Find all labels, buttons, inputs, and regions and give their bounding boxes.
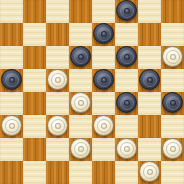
white-man-h2[interactable] <box>162 138 183 159</box>
square-g8[interactable] <box>138 0 161 23</box>
square-g7[interactable] <box>138 23 161 46</box>
square-h5[interactable] <box>161 69 184 92</box>
square-d1[interactable] <box>69 161 92 184</box>
square-f3[interactable] <box>115 115 138 138</box>
black-man-a5[interactable] <box>1 69 22 90</box>
square-f7[interactable] <box>115 23 138 46</box>
square-g2[interactable] <box>138 138 161 161</box>
white-man-e3[interactable] <box>93 115 114 136</box>
square-c2[interactable] <box>46 138 69 161</box>
square-c8[interactable] <box>46 0 69 23</box>
white-man-g1[interactable] <box>139 161 160 182</box>
square-g4[interactable] <box>138 92 161 115</box>
square-g6[interactable] <box>138 46 161 69</box>
square-c7[interactable] <box>46 23 69 46</box>
black-man-d6[interactable] <box>70 46 91 67</box>
square-a2[interactable] <box>0 138 23 161</box>
checkers-board <box>0 0 184 184</box>
black-man-f6[interactable] <box>116 46 137 67</box>
square-e8[interactable] <box>92 0 115 23</box>
square-d5[interactable] <box>69 69 92 92</box>
square-h7[interactable] <box>161 23 184 46</box>
square-b5[interactable] <box>23 69 46 92</box>
square-g3[interactable] <box>138 115 161 138</box>
white-man-c3[interactable] <box>47 115 68 136</box>
square-a4[interactable] <box>0 92 23 115</box>
square-h8[interactable] <box>161 0 184 23</box>
white-man-h6[interactable] <box>162 46 183 67</box>
square-b7[interactable] <box>23 23 46 46</box>
square-a7[interactable] <box>0 23 23 46</box>
square-d8[interactable] <box>69 0 92 23</box>
black-man-e5[interactable] <box>93 69 114 90</box>
black-man-f4[interactable] <box>116 92 137 113</box>
square-b4[interactable] <box>23 92 46 115</box>
white-man-c5[interactable] <box>47 69 68 90</box>
square-h1[interactable] <box>161 161 184 184</box>
white-man-d4[interactable] <box>70 92 91 113</box>
square-d7[interactable] <box>69 23 92 46</box>
square-c1[interactable] <box>46 161 69 184</box>
square-a6[interactable] <box>0 46 23 69</box>
square-e6[interactable] <box>92 46 115 69</box>
square-c6[interactable] <box>46 46 69 69</box>
white-man-f2[interactable] <box>116 138 137 159</box>
square-b2[interactable] <box>23 138 46 161</box>
white-man-d2[interactable] <box>70 138 91 159</box>
square-f5[interactable] <box>115 69 138 92</box>
square-a1[interactable] <box>0 161 23 184</box>
square-e4[interactable] <box>92 92 115 115</box>
square-f1[interactable] <box>115 161 138 184</box>
square-b8[interactable] <box>23 0 46 23</box>
black-man-g5[interactable] <box>139 69 160 90</box>
black-man-e7[interactable] <box>93 23 114 44</box>
square-h3[interactable] <box>161 115 184 138</box>
white-man-a3[interactable] <box>1 115 22 136</box>
square-b3[interactable] <box>23 115 46 138</box>
square-d3[interactable] <box>69 115 92 138</box>
square-a8[interactable] <box>0 0 23 23</box>
square-b1[interactable] <box>23 161 46 184</box>
black-man-h4[interactable] <box>162 92 183 113</box>
square-e1[interactable] <box>92 161 115 184</box>
square-c4[interactable] <box>46 92 69 115</box>
square-e2[interactable] <box>92 138 115 161</box>
square-b6[interactable] <box>23 46 46 69</box>
black-man-f8[interactable] <box>116 0 137 21</box>
